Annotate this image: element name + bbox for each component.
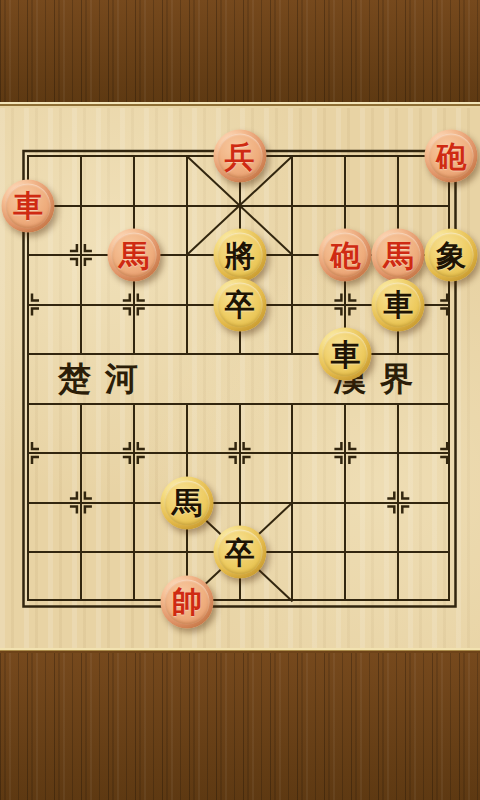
piece-red-chariot[interactable]: 車 <box>2 179 55 232</box>
board-cell <box>239 353 292 403</box>
board-cell <box>80 452 133 502</box>
piece-glyph: 將 <box>225 240 255 270</box>
piece-glyph: 卒 <box>225 537 255 567</box>
top-wood-frame <box>0 0 480 102</box>
piece-glyph: 車 <box>13 191 43 221</box>
board-cell <box>80 155 133 205</box>
board-cell <box>239 403 292 453</box>
board-cell <box>344 403 397 453</box>
board-cell <box>344 155 397 205</box>
board-cell <box>397 403 450 453</box>
piece-red-horse-left[interactable]: 馬 <box>107 229 160 282</box>
board-cell <box>397 452 450 502</box>
piece-black-general[interactable]: 將 <box>213 229 266 282</box>
board-cell <box>186 353 239 403</box>
board-cell <box>133 403 186 453</box>
board-cell <box>291 551 344 601</box>
board-cell <box>80 502 133 552</box>
piece-black-elephant[interactable]: 象 <box>425 229 478 282</box>
board-cell <box>344 452 397 502</box>
piece-red-general[interactable]: 帥 <box>160 575 213 628</box>
piece-black-horse[interactable]: 馬 <box>160 476 213 529</box>
piece-red-cannon-mid[interactable]: 砲 <box>319 229 372 282</box>
board-cell <box>344 551 397 601</box>
piece-glyph: 車 <box>383 290 413 320</box>
river-label-left: 楚河 <box>38 359 172 399</box>
board-cell <box>186 403 239 453</box>
board-cell <box>27 304 80 354</box>
board-cell <box>397 551 450 601</box>
board-cell <box>27 502 80 552</box>
board-cell <box>291 403 344 453</box>
piece-glyph: 車 <box>330 339 360 369</box>
board-cell <box>239 452 292 502</box>
piece-glyph: 砲 <box>330 240 360 270</box>
piece-glyph: 砲 <box>436 141 466 171</box>
piece-glyph: 帥 <box>172 587 202 617</box>
board-cell <box>80 403 133 453</box>
piece-glyph: 馬 <box>172 488 202 518</box>
board-cell <box>291 452 344 502</box>
piece-red-soldier[interactable]: 兵 <box>213 130 266 183</box>
board-cell <box>291 502 344 552</box>
piece-red-cannon-right[interactable]: 砲 <box>425 130 478 183</box>
piece-black-chariot-2[interactable]: 車 <box>319 328 372 381</box>
piece-black-soldier-front[interactable]: 卒 <box>213 278 266 331</box>
bottom-wood-frame <box>0 653 480 800</box>
piece-glyph: 兵 <box>225 141 255 171</box>
board-cell <box>133 304 186 354</box>
piece-glyph: 馬 <box>119 240 149 270</box>
piece-glyph: 象 <box>436 240 466 270</box>
piece-black-soldier-back[interactable]: 卒 <box>213 526 266 579</box>
board-cell <box>133 155 186 205</box>
board-cell <box>27 551 80 601</box>
board-cell <box>80 551 133 601</box>
board-cell <box>27 254 80 304</box>
piece-red-horse-right[interactable]: 馬 <box>372 229 425 282</box>
board-cell <box>344 502 397 552</box>
piece-glyph: 卒 <box>225 290 255 320</box>
board-cell <box>27 403 80 453</box>
piece-glyph: 馬 <box>383 240 413 270</box>
board-cell <box>397 502 450 552</box>
piece-black-chariot-1[interactable]: 車 <box>372 278 425 331</box>
board-cell <box>291 155 344 205</box>
xiangqi-app-screen: 楚河 漢界 兵砲車馬砲馬帥將象卒車車馬卒 回退 自动 前进 菜单 棋谱 返回 <box>0 0 480 800</box>
board-cell <box>27 452 80 502</box>
board-cell <box>80 304 133 354</box>
